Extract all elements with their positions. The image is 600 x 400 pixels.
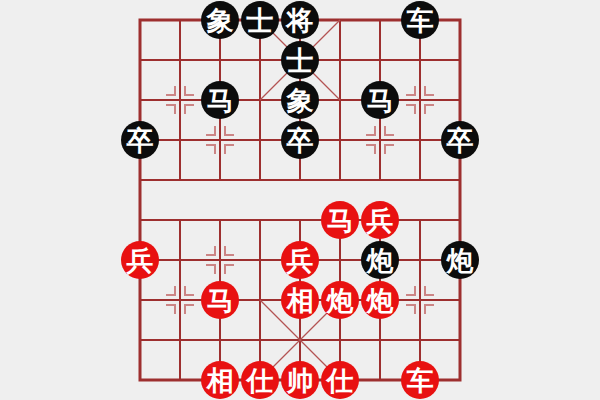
red-soldier[interactable]: 兵	[281, 241, 319, 279]
xiangqi-screenshot: 象士将车士马象马卒卒卒马兵兵兵炮炮马相炮炮相仕帅仕车	[0, 0, 600, 400]
black-chariot[interactable]: 车	[401, 1, 439, 39]
black-elephant[interactable]: 象	[201, 1, 239, 39]
red-advisor[interactable]: 仕	[241, 361, 279, 399]
black-advisor[interactable]: 士	[281, 41, 319, 79]
red-soldier[interactable]: 兵	[361, 201, 399, 239]
black-soldier[interactable]: 卒	[281, 121, 319, 159]
red-horse[interactable]: 马	[321, 201, 359, 239]
black-soldier[interactable]: 卒	[441, 121, 479, 159]
black-horse[interactable]: 马	[201, 81, 239, 119]
black-horse[interactable]: 马	[361, 81, 399, 119]
red-cannon[interactable]: 炮	[361, 281, 399, 319]
black-cannon[interactable]: 炮	[361, 241, 399, 279]
red-elephant[interactable]: 相	[281, 281, 319, 319]
red-soldier[interactable]: 兵	[121, 241, 159, 279]
red-horse[interactable]: 马	[201, 281, 239, 319]
black-soldier[interactable]: 卒	[121, 121, 159, 159]
black-king[interactable]: 将	[281, 1, 319, 39]
black-cannon[interactable]: 炮	[441, 241, 479, 279]
red-chariot[interactable]: 车	[401, 361, 439, 399]
xiangqi-board[interactable]: 象士将车士马象马卒卒卒马兵兵兵炮炮马相炮炮相仕帅仕车	[120, 0, 480, 400]
black-elephant[interactable]: 象	[281, 81, 319, 119]
black-advisor[interactable]: 士	[241, 1, 279, 39]
red-king[interactable]: 帅	[281, 361, 319, 399]
red-elephant[interactable]: 相	[201, 361, 239, 399]
red-cannon[interactable]: 炮	[321, 281, 359, 319]
red-advisor[interactable]: 仕	[321, 361, 359, 399]
